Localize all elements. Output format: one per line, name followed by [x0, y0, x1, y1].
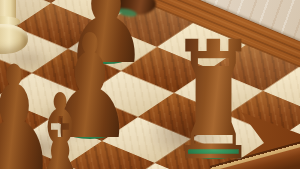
photo-stage: ♟♜♟♝♟	[0, 0, 300, 169]
chess-board	[0, 0, 300, 169]
board-squares	[0, 0, 300, 169]
